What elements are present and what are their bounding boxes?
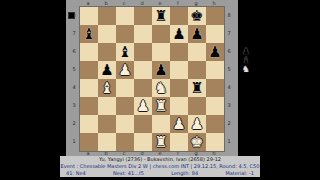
coord-label: 2 <box>225 114 233 132</box>
coord-label: 1 <box>70 132 78 150</box>
white-pawn: ♟ <box>118 61 131 79</box>
video-frame: abcdefgh abcdefgh 87654321 87654321 ♜♚♝♟… <box>0 0 320 180</box>
square-d3[interactable]: ♟ <box>134 97 152 115</box>
next-move: Next: 41...f5 <box>113 170 144 177</box>
square-g5[interactable] <box>188 61 206 79</box>
square-f3[interactable] <box>170 97 188 115</box>
square-b3[interactable] <box>98 97 116 115</box>
square-c8[interactable] <box>116 7 134 25</box>
square-a7[interactable]: ♝ <box>80 25 98 43</box>
white-rook: ♜ <box>154 133 167 151</box>
square-e7[interactable] <box>152 25 170 43</box>
square-g8[interactable]: ♚ <box>188 7 206 25</box>
move-status-line: 41: Ne4 Next: 41...f5 Length: 84 Materia… <box>60 170 260 177</box>
coord-label: 2 <box>70 114 78 132</box>
material-balance: Material: -1 <box>225 170 254 177</box>
black-to-move-indicator <box>68 12 75 19</box>
square-g2[interactable]: ♟ <box>188 115 206 133</box>
square-d8[interactable] <box>134 7 152 25</box>
coord-label: 6 <box>70 42 78 60</box>
players-line: Yu, Yangyi (2736) - Bukavshin, Ivan (265… <box>60 156 260 163</box>
coord-label: 7 <box>70 24 78 42</box>
square-d6[interactable] <box>134 43 152 61</box>
square-b1[interactable] <box>98 133 116 151</box>
square-c3[interactable] <box>116 97 134 115</box>
black-pawn: ♟ <box>154 61 167 79</box>
square-c6[interactable]: ♝ <box>116 43 134 61</box>
white-bishop: ♝ <box>100 79 113 97</box>
square-h6[interactable]: ♟ <box>206 43 224 61</box>
square-a1[interactable] <box>80 133 98 151</box>
square-c4[interactable] <box>116 79 134 97</box>
square-e8[interactable]: ♜ <box>152 7 170 25</box>
square-b7[interactable] <box>98 25 116 43</box>
square-a4[interactable] <box>80 79 98 97</box>
square-a6[interactable] <box>80 43 98 61</box>
square-g4[interactable]: ♜ <box>188 79 206 97</box>
coord-label: 6 <box>225 42 233 60</box>
square-g3[interactable] <box>188 97 206 115</box>
coord-label: 5 <box>70 60 78 78</box>
black-rook: ♜ <box>190 79 203 97</box>
square-b5[interactable]: ♟ <box>98 61 116 79</box>
white-pawn: ♟ <box>136 97 149 115</box>
rank-labels-left: 87654321 <box>70 6 78 150</box>
black-pawn: ♟ <box>100 61 113 79</box>
black-king: ♚ <box>190 7 203 25</box>
black-pawn: ♟ <box>190 25 203 43</box>
coord-label: 5 <box>225 60 233 78</box>
white-knight: ♞ <box>154 79 167 97</box>
square-e4[interactable]: ♞ <box>152 79 170 97</box>
square-d7[interactable] <box>134 25 152 43</box>
square-h5[interactable] <box>206 61 224 79</box>
square-e5[interactable]: ♟ <box>152 61 170 79</box>
square-d2[interactable] <box>134 115 152 133</box>
square-g7[interactable]: ♟ <box>188 25 206 43</box>
board-panel: abcdefgh abcdefgh 87654321 87654321 ♜♚♝♟… <box>66 0 238 156</box>
coord-label: 7 <box>225 24 233 42</box>
square-e1[interactable]: ♜ <box>152 133 170 151</box>
coord-label: 4 <box>225 78 233 96</box>
square-f5[interactable] <box>170 61 188 79</box>
square-a3[interactable] <box>80 97 98 115</box>
square-f2[interactable]: ♟ <box>170 115 188 133</box>
white-pawn: ♟ <box>172 115 185 133</box>
square-c7[interactable] <box>116 25 134 43</box>
coord-label: 3 <box>225 96 233 114</box>
rank-labels-right: 87654321 <box>225 6 233 150</box>
square-e3[interactable]: ♜ <box>152 97 170 115</box>
square-d5[interactable] <box>134 61 152 79</box>
event-line: Event : Chessable Masters Div 2 W | ches… <box>60 163 260 170</box>
coord-label: 4 <box>70 78 78 96</box>
square-d4[interactable] <box>134 79 152 97</box>
square-g1[interactable]: ♚ <box>188 133 206 151</box>
black-pawn: ♟ <box>208 43 221 61</box>
square-h4[interactable] <box>206 79 224 97</box>
coord-label: 3 <box>70 96 78 114</box>
black-pawn: ♟ <box>172 25 185 43</box>
square-h8[interactable] <box>206 7 224 25</box>
square-h3[interactable] <box>206 97 224 115</box>
square-a8[interactable] <box>80 7 98 25</box>
square-b6[interactable] <box>98 43 116 61</box>
square-f4[interactable] <box>170 79 188 97</box>
square-b2[interactable] <box>98 115 116 133</box>
square-e2[interactable] <box>152 115 170 133</box>
square-c5[interactable]: ♟ <box>116 61 134 79</box>
coord-label: 1 <box>225 132 233 150</box>
black-rook: ♜ <box>154 7 167 25</box>
white-king: ♚ <box>190 133 203 151</box>
square-a5[interactable] <box>80 61 98 79</box>
square-g6[interactable] <box>188 43 206 61</box>
square-h1[interactable] <box>206 133 224 151</box>
square-f8[interactable] <box>170 7 188 25</box>
square-f6[interactable] <box>170 43 188 61</box>
square-f1[interactable] <box>170 133 188 151</box>
white-knight-icon: ♞ <box>242 65 250 74</box>
black-bishop: ♝ <box>82 25 95 43</box>
square-b4[interactable]: ♝ <box>98 79 116 97</box>
square-c2[interactable] <box>116 115 134 133</box>
game-length: Length: 84 <box>171 170 198 177</box>
square-h2[interactable] <box>206 115 224 133</box>
square-h7[interactable] <box>206 25 224 43</box>
square-d1[interactable] <box>134 133 152 151</box>
game-info-bar: Yu, Yangyi (2736) - Bukavshin, Ivan (265… <box>60 156 260 177</box>
square-c1[interactable] <box>116 133 134 151</box>
black-bishop: ♝ <box>118 43 131 61</box>
square-a2[interactable] <box>80 115 98 133</box>
move-played: 41: Ne4 <box>66 170 86 177</box>
square-f7[interactable]: ♟ <box>170 25 188 43</box>
coord-label: 8 <box>225 6 233 24</box>
white-pawn: ♟ <box>190 115 203 133</box>
square-b8[interactable] <box>98 7 116 25</box>
white-rook: ♜ <box>154 97 167 115</box>
chess-board: ♜♚♝♟♟♝♟♟♟♟♝♞♜♟♜♟♟♜♚ <box>79 6 225 152</box>
captured-material-tray: ♟♝♞ <box>240 47 252 74</box>
square-e6[interactable] <box>152 43 170 61</box>
